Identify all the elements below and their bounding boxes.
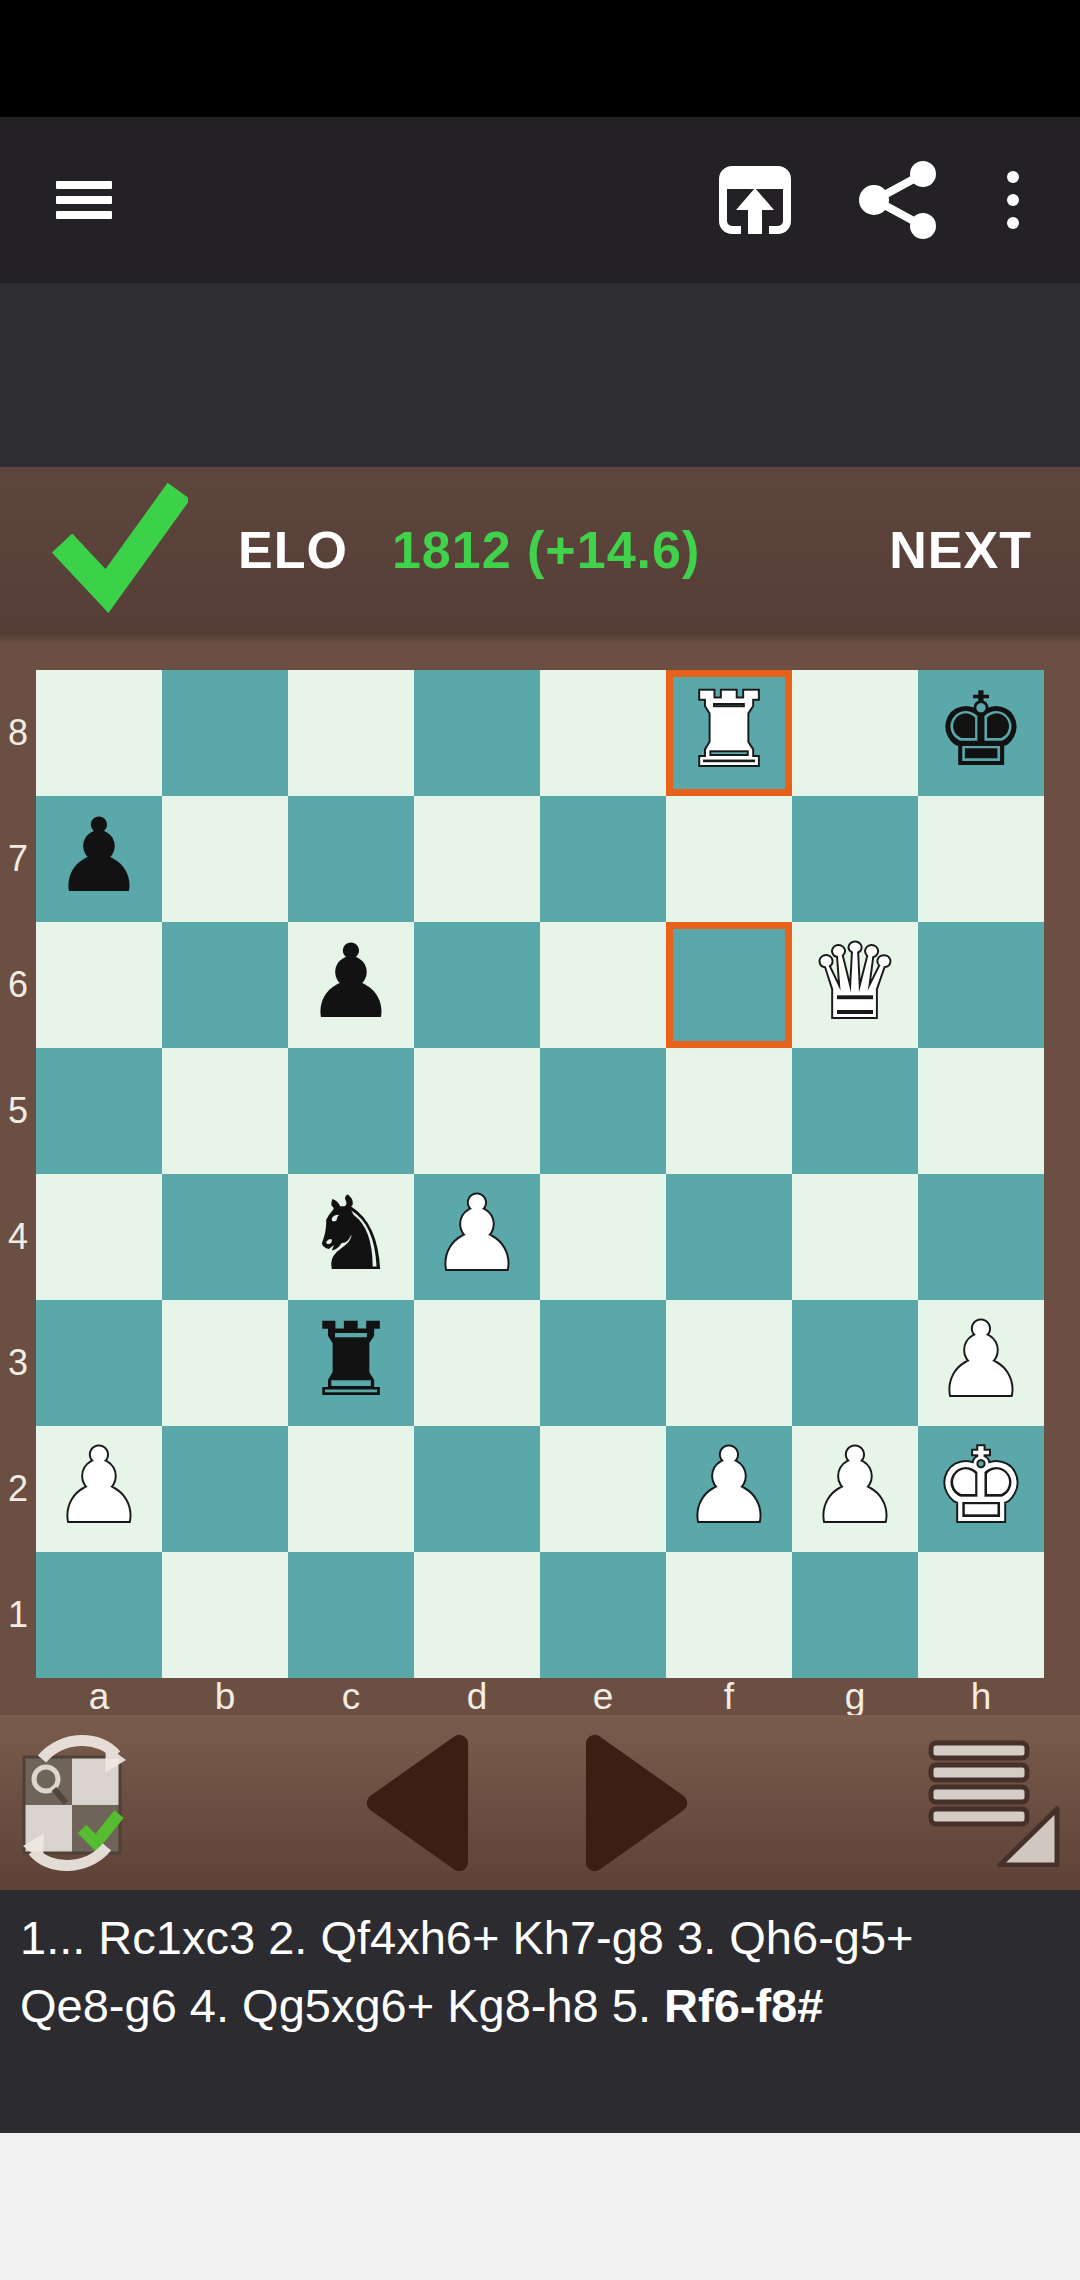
file-labels: abcdefgh [36,1678,1044,1715]
square-b3[interactable] [162,1300,288,1426]
square-e1[interactable] [540,1552,666,1678]
square-b6[interactable] [162,922,288,1048]
square-g5[interactable] [792,1048,918,1174]
search-next-puzzle-icon[interactable] [22,1733,127,1873]
elo-value: 1812 (+14.6) [392,520,700,580]
square-g2[interactable]: ♟ [792,1426,918,1552]
move-list-panel: 1... Rc1xc3 2. Qf4xh6+ Kh7-g8 3. Qh6-g5+… [0,1890,1080,2133]
square-f8[interactable]: ♜ [666,670,792,796]
piece-white-f2: ♟ [683,1423,774,1549]
square-c8[interactable] [288,670,414,796]
app-screen: ELO 1812 (+14.6) NEXT 87654321 ♜♚♟♟♛♞♟♜♟… [0,0,1080,2280]
square-g3[interactable] [792,1300,918,1426]
square-d8[interactable] [414,670,540,796]
square-b1[interactable] [162,1552,288,1678]
rank-label-4: 4 [0,1174,36,1300]
square-h7[interactable] [918,796,1044,922]
piece-black-h8: ♚ [935,667,1026,793]
square-e8[interactable] [540,670,666,796]
rank-label-7: 7 [0,796,36,922]
next-move-button[interactable] [548,1730,694,1876]
piece-white-g2: ♟ [809,1423,900,1549]
square-f5[interactable] [666,1048,792,1174]
square-b2[interactable] [162,1426,288,1552]
piece-white-h2: ♚ [935,1423,1026,1549]
rank-label-1: 1 [0,1552,36,1678]
elo-label: ELO [238,520,348,580]
square-c6[interactable]: ♟ [288,922,414,1048]
square-e7[interactable] [540,796,666,922]
file-label-g: g [792,1678,918,1715]
file-label-a: a [36,1678,162,1715]
status-bar [0,0,1080,117]
square-d4[interactable]: ♟ [414,1174,540,1300]
piece-black-a7: ♟ [53,793,144,919]
overflow-menu-icon[interactable] [1006,170,1020,230]
file-label-f: f [666,1678,792,1715]
square-a5[interactable] [36,1048,162,1174]
board-panel: 87654321 ♜♚♟♟♛♞♟♜♟♟♟♟♚ abcdefgh [0,633,1080,1715]
file-label-h: h [918,1678,1044,1715]
piece-black-c6: ♟ [305,919,396,1045]
piece-white-g6: ♛ [809,919,900,1045]
rank-label-6: 6 [0,922,36,1048]
move-text: 1... Rc1xc3 2. Qf4xh6+ Kh7-g8 3. Qh6-g5+… [20,1904,1064,2040]
square-f2[interactable]: ♟ [666,1426,792,1552]
square-a8[interactable] [36,670,162,796]
result-bar: ELO 1812 (+14.6) NEXT [0,467,1080,633]
square-h3[interactable]: ♟ [918,1300,1044,1426]
file-label-d: d [414,1678,540,1715]
square-h2[interactable]: ♚ [918,1426,1044,1552]
piece-white-f8: ♜ [683,667,774,793]
square-c7[interactable] [288,796,414,922]
square-g1[interactable] [792,1552,918,1678]
share-icon[interactable] [858,161,940,239]
send-to-device-icon[interactable] [718,166,792,234]
square-c4[interactable]: ♞ [288,1174,414,1300]
square-b8[interactable] [162,670,288,796]
square-h4[interactable] [918,1174,1044,1300]
rank-label-3: 3 [0,1300,36,1426]
nav-bar [0,1715,1080,1890]
piece-white-h3: ♟ [935,1297,1026,1423]
square-f6[interactable] [666,922,792,1048]
square-e5[interactable] [540,1048,666,1174]
square-f3[interactable] [666,1300,792,1426]
square-d3[interactable] [414,1300,540,1426]
square-c1[interactable] [288,1552,414,1678]
square-e2[interactable] [540,1426,666,1552]
square-g6[interactable]: ♛ [792,922,918,1048]
square-h5[interactable] [918,1048,1044,1174]
square-f4[interactable] [666,1174,792,1300]
chess-board: ♜♚♟♟♛♞♟♜♟♟♟♟♚ [36,670,1044,1678]
rank-label-2: 2 [0,1426,36,1552]
square-e6[interactable] [540,922,666,1048]
square-a1[interactable] [36,1552,162,1678]
square-a4[interactable] [36,1174,162,1300]
square-a7[interactable]: ♟ [36,796,162,922]
rank-label-8: 8 [0,670,36,796]
square-d2[interactable] [414,1426,540,1552]
mating-move: Rf6-f8# [664,1979,823,2032]
file-label-c: c [288,1678,414,1715]
square-d5[interactable] [414,1048,540,1174]
move-navigation [360,1730,694,1876]
square-d1[interactable] [414,1552,540,1678]
square-a2[interactable]: ♟ [36,1426,162,1552]
square-d7[interactable] [414,796,540,922]
square-h1[interactable] [918,1552,1044,1678]
file-label-b: b [162,1678,288,1715]
square-c5[interactable] [288,1048,414,1174]
rank-label-5: 5 [0,1048,36,1174]
piece-black-c3: ♜ [305,1297,396,1423]
square-g7[interactable] [792,796,918,922]
previous-move-button[interactable] [360,1730,506,1876]
square-h6[interactable] [918,922,1044,1048]
square-g8[interactable] [792,670,918,796]
hamburger-menu-icon[interactable] [56,181,112,219]
square-a3[interactable] [36,1300,162,1426]
square-a6[interactable] [36,922,162,1048]
piece-white-a2: ♟ [53,1423,144,1549]
square-b7[interactable] [162,796,288,922]
square-e4[interactable] [540,1174,666,1300]
square-f7[interactable] [666,796,792,922]
spacer-panel [0,283,1080,467]
square-e3[interactable] [540,1300,666,1426]
square-b5[interactable] [162,1048,288,1174]
app-bar [0,117,1080,283]
next-button[interactable]: NEXT [889,520,1032,580]
piece-black-c4: ♞ [305,1171,396,1297]
footer-panel [0,2133,1080,2280]
square-c2[interactable] [288,1426,414,1552]
rank-labels: 87654321 [0,670,36,1678]
success-checkmark-icon [52,481,188,613]
square-g4[interactable] [792,1174,918,1300]
piece-white-d4: ♟ [431,1171,522,1297]
app-bar-actions [718,161,1020,239]
square-c3[interactable]: ♜ [288,1300,414,1426]
square-b4[interactable] [162,1174,288,1300]
move-list-icon[interactable] [926,1739,1062,1867]
square-f1[interactable] [666,1552,792,1678]
square-h8[interactable]: ♚ [918,670,1044,796]
file-label-e: e [540,1678,666,1715]
square-d6[interactable] [414,922,540,1048]
